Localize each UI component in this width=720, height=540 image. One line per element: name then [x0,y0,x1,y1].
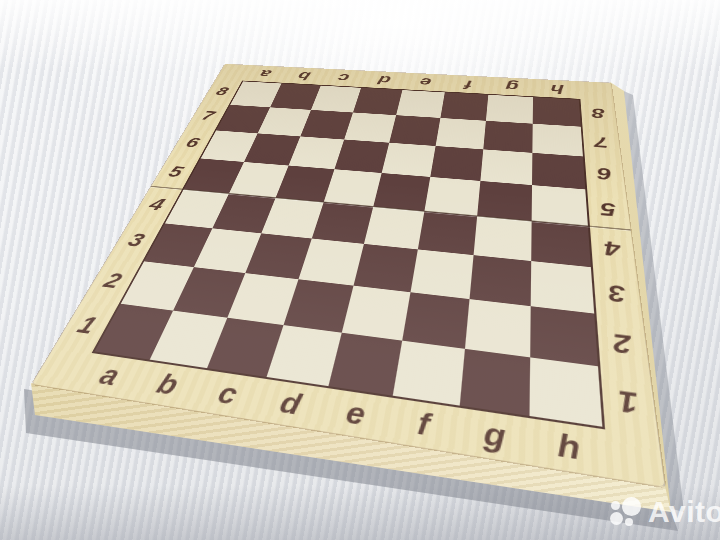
square-f5 [424,177,480,216]
square-h8 [533,97,581,126]
square-g6 [480,149,532,185]
square-d8 [353,88,402,115]
square-h5 [532,185,588,226]
square-g8 [486,95,533,124]
avito-watermark-text: Avito [648,496,720,528]
square-d7 [344,112,396,142]
rank-label-1: 1 [601,368,659,437]
square-f1 [393,341,465,406]
square-g1 [460,349,530,416]
avito-logo-icon [610,496,644,528]
square-g4 [474,216,532,261]
square-f3 [410,249,473,299]
avito-watermark: Avito [610,496,720,528]
square-e6 [382,143,436,177]
square-e1 [328,333,402,396]
fabric-highlight [0,0,720,70]
square-e8 [396,90,445,118]
square-g3 [470,255,532,306]
square-f4 [418,211,477,255]
rank-label-8: 8 [580,99,617,128]
square-e7 [389,115,440,146]
rank-label-3: 3 [593,268,643,320]
rank-label-4: 4 [590,226,636,272]
square-g5 [477,181,532,221]
square-d5 [324,169,382,206]
square-h4 [531,221,591,267]
square-h6 [532,153,585,190]
square-h3 [531,261,594,314]
square-f6 [430,146,483,181]
rank-label-2: 2 [597,315,650,375]
square-f2 [402,292,469,349]
rank-label-6: 6 [585,156,626,192]
square-g7 [483,121,532,153]
square-e2 [342,286,411,341]
square-e4 [364,207,424,250]
square-g2 [465,299,531,357]
square-f7 [436,118,486,149]
square-h7 [532,124,583,157]
square-h2 [530,306,598,366]
square-h1 [530,357,603,426]
square-f8 [440,92,488,120]
rank-label-5: 5 [587,189,630,230]
square-e5 [373,173,430,211]
rank-label-7: 7 [582,126,621,159]
square-d6 [334,140,389,174]
square-d4 [312,202,373,244]
product-photo: abcdefgh abcdefgh 87654321 87654321 Avit… [0,0,720,540]
square-e3 [354,244,418,292]
